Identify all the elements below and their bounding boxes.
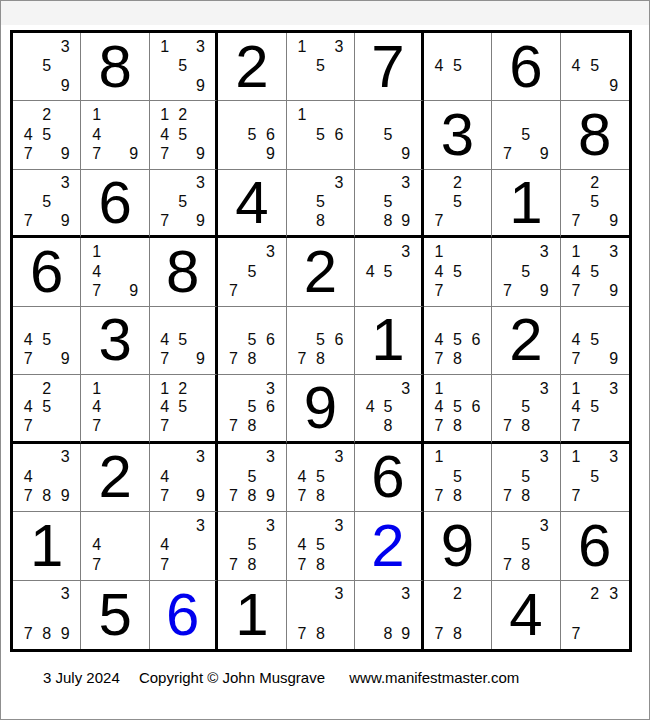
pencil-mark: 4 [430, 398, 448, 417]
cell-r9c2[interactable]: 5 [81, 581, 149, 649]
pencil-mark: 9 [535, 144, 553, 163]
footer-date: 3 July 2024 [43, 669, 120, 686]
pencil-mark: 9 [261, 487, 279, 506]
given-digit: 1 [30, 516, 63, 576]
pencil-mark: 9 [397, 624, 415, 644]
pencil-mark: 8 [448, 417, 466, 436]
cell-r7c3[interactable]: 3479 [150, 444, 218, 512]
pencil-mark: 7 [19, 417, 37, 436]
pencil-mark: 5 [174, 125, 192, 144]
pencil-mark: 9 [124, 281, 142, 300]
cell-r4c3[interactable]: 8 [150, 238, 218, 306]
cell-r4c4[interactable]: 357 [218, 238, 286, 306]
pencil-mark: 4 [567, 56, 586, 75]
pencil-mark: 7 [293, 350, 311, 369]
pencil-mark: 5 [243, 125, 261, 144]
cell-r7c6[interactable]: 6 [355, 444, 423, 512]
pencil-mark: 9 [261, 144, 279, 163]
pencil-mark: 4 [567, 398, 586, 417]
pencil-grid: 59 [355, 101, 420, 168]
cell-r1c3[interactable]: 1359 [150, 33, 218, 101]
pencil-mark: 5 [37, 56, 55, 75]
given-digit: 6 [509, 37, 542, 97]
pencil-mark: 3 [192, 37, 210, 56]
cell-r3c7[interactable]: 257 [424, 170, 492, 238]
cell-r1c4[interactable]: 2 [218, 33, 286, 101]
pencil-mark: 1 [567, 379, 586, 398]
cell-r1c9[interactable]: 459 [561, 33, 629, 101]
pencil-mark: 5 [174, 193, 192, 212]
pencil-grid: 579 [492, 101, 559, 168]
pencil-mark: 8 [517, 417, 535, 436]
pencil-mark: 7 [430, 624, 448, 644]
pencil-mark: 6 [330, 330, 348, 349]
pencil-mark: 8 [311, 555, 329, 574]
pencil-mark: 3 [330, 37, 348, 56]
cell-r2c2[interactable]: 1479 [81, 101, 149, 169]
cell-r4c5[interactable]: 2 [287, 238, 355, 306]
cell-r1c1[interactable]: 359 [13, 33, 81, 101]
pencil-mark: 7 [19, 212, 37, 231]
cell-r5c9[interactable]: 4579 [561, 307, 629, 375]
cell-r6c3[interactable]: 12457 [150, 375, 218, 443]
pencil-mark: 1 [87, 105, 105, 124]
pencil-mark: 8 [243, 487, 261, 506]
pencil-mark: 3 [535, 242, 553, 261]
pencil-grid: 4579 [13, 307, 80, 374]
cell-r9c3[interactable]: 6 [150, 581, 218, 649]
pencil-mark: 1 [567, 448, 586, 467]
pencil-mark: 5 [379, 125, 397, 144]
pencil-mark: 2 [448, 174, 466, 193]
pencil-mark: 1 [430, 448, 448, 467]
pencil-mark: 5 [243, 536, 261, 555]
pencil-grid: 358 [287, 170, 354, 235]
pencil-mark: 5 [517, 262, 535, 281]
cell-r2c9[interactable]: 8 [561, 101, 629, 169]
pencil-mark: 7 [293, 555, 311, 574]
pencil-grid: 237 [561, 581, 629, 649]
cell-r8c7[interactable]: 9 [424, 512, 492, 580]
pencil-mark: 5 [448, 56, 466, 75]
given-digit: 6 [578, 516, 611, 576]
pencil-mark: 4 [430, 262, 448, 281]
pencil-mark: 7 [430, 487, 448, 506]
pencil-mark: 9 [56, 487, 74, 506]
cell-r9c8[interactable]: 4 [492, 581, 560, 649]
cell-r7c5[interactable]: 34578 [287, 444, 355, 512]
cell-r5c7[interactable]: 45678 [424, 307, 492, 375]
pencil-mark: 7 [498, 144, 516, 163]
cell-r8c1[interactable]: 1 [13, 512, 81, 580]
pencil-grid: 345 [355, 238, 420, 305]
pencil-mark: 7 [293, 624, 311, 644]
pencil-mark: 3 [192, 516, 210, 535]
pencil-mark: 4 [19, 467, 37, 486]
pencil-mark: 8 [243, 555, 261, 574]
cell-r3c9[interactable]: 2579 [561, 170, 629, 238]
cell-r6c2[interactable]: 147 [81, 375, 149, 443]
pencil-mark: 1 [567, 242, 586, 261]
pencil-mark: 8 [243, 417, 261, 436]
pencil-mark: 7 [156, 487, 174, 506]
cell-r7c1[interactable]: 34789 [13, 444, 81, 512]
pencil-grid: 2579 [561, 170, 629, 235]
cell-r5c1[interactable]: 4579 [13, 307, 81, 375]
pencil-mark: 5 [311, 536, 329, 555]
pencil-mark: 9 [192, 144, 210, 163]
given-digit: 1 [371, 310, 404, 370]
pencil-mark: 7 [567, 281, 586, 300]
pencil-mark: 7 [567, 624, 586, 644]
cell-r4c1[interactable]: 6 [13, 238, 81, 306]
cell-r2c6[interactable]: 59 [355, 101, 423, 169]
pencil-mark: 8 [311, 212, 329, 231]
cell-r3c6[interactable]: 3589 [355, 170, 423, 238]
pencil-grid: 134579 [561, 238, 629, 305]
pencil-grid: 1357 [561, 444, 629, 511]
pencil-grid: 3589 [355, 170, 420, 235]
pencil-mark: 5 [243, 467, 261, 486]
given-digit: 6 [98, 173, 131, 233]
given-digit: 8 [166, 242, 199, 302]
pencil-mark: 5 [517, 536, 535, 555]
pencil-mark: 5 [37, 125, 55, 144]
pencil-mark: 7 [430, 281, 448, 300]
pencil-mark: 8 [379, 624, 397, 644]
pencil-mark: 3 [192, 448, 210, 467]
cell-r1c8[interactable]: 6 [492, 33, 560, 101]
pencil-mark: 5 [448, 467, 466, 486]
cell-r3c1[interactable]: 3579 [13, 170, 81, 238]
cell-r7c2[interactable]: 2 [81, 444, 149, 512]
pencil-mark: 5 [585, 193, 604, 212]
pencil-mark: 7 [430, 417, 448, 436]
pencil-mark: 5 [243, 262, 261, 281]
pencil-mark: 7 [224, 350, 242, 369]
given-digit: 9 [304, 378, 337, 438]
cell-r2c1[interactable]: 24579 [13, 101, 81, 169]
pencil-grid: 35789 [218, 444, 285, 511]
pencil-grid: 2457 [13, 375, 80, 440]
pencil-mark: 1 [430, 379, 448, 398]
pencil-mark: 3 [56, 37, 74, 56]
cell-r5c8[interactable]: 2 [492, 307, 560, 375]
pencil-grid: 357 [218, 238, 285, 305]
cell-r5c2[interactable]: 3 [81, 307, 149, 375]
cell-r7c8[interactable]: 3578 [492, 444, 560, 512]
pencil-mark: 9 [604, 281, 623, 300]
pencil-grid: 5678 [218, 307, 285, 374]
pencil-mark: 7 [567, 487, 586, 506]
pencil-grid: 5678 [287, 307, 354, 374]
pencil-mark: 5 [517, 125, 535, 144]
given-digit: 8 [98, 37, 131, 97]
cell-r7c7[interactable]: 1578 [424, 444, 492, 512]
cell-r6c6[interactable]: 3458 [355, 375, 423, 443]
pencil-mark: 3 [192, 174, 210, 193]
cell-r5c3[interactable]: 4579 [150, 307, 218, 375]
pencil-mark: 5 [311, 56, 329, 75]
cell-r8c6[interactable]: 2 [355, 512, 423, 580]
pencil-mark: 8 [243, 350, 261, 369]
cell-r6c4[interactable]: 35678 [218, 375, 286, 443]
pencil-mark: 3 [397, 585, 415, 605]
cell-r6c7[interactable]: 145678 [424, 375, 492, 443]
given-digit: 2 [304, 242, 337, 302]
cell-r9c7[interactable]: 278 [424, 581, 492, 649]
pencil-mark: 6 [261, 398, 279, 417]
pencil-grid: 45 [424, 33, 491, 100]
pencil-mark: 7 [498, 487, 516, 506]
cell-r6c5[interactable]: 9 [287, 375, 355, 443]
pencil-mark: 8 [379, 417, 397, 436]
pencil-mark: 7 [19, 144, 37, 163]
cell-r4c7[interactable]: 1457 [424, 238, 492, 306]
pencil-mark: 4 [361, 398, 379, 417]
pencil-mark: 7 [498, 281, 516, 300]
pencil-mark: 9 [56, 624, 74, 644]
pencil-grid: 3579 [150, 170, 215, 235]
cell-r8c2[interactable]: 47 [81, 512, 149, 580]
pencil-mark: 4 [156, 125, 174, 144]
pencil-mark: 3 [330, 585, 348, 605]
pencil-mark: 9 [56, 144, 74, 163]
pencil-mark: 5 [517, 398, 535, 417]
sudoku-board: 3598135921357456459245791479124579569156… [10, 30, 632, 652]
pencil-mark: 5 [517, 467, 535, 486]
cell-r2c4[interactable]: 569 [218, 101, 286, 169]
cell-r4c9[interactable]: 134579 [561, 238, 629, 306]
pencil-mark: 9 [124, 144, 142, 163]
given-digit: 4 [235, 173, 268, 233]
pencil-grid: 4579 [150, 307, 215, 374]
pencil-mark: 7 [224, 487, 242, 506]
pencil-mark: 5 [174, 56, 192, 75]
pencil-mark: 5 [379, 262, 397, 281]
pencil-mark: 7 [87, 144, 105, 163]
pencil-mark: 3 [56, 448, 74, 467]
pencil-mark: 3 [261, 516, 279, 535]
pencil-mark: 9 [192, 76, 210, 95]
pencil-mark: 7 [156, 212, 174, 231]
pencil-mark: 6 [330, 125, 348, 144]
pencil-grid: 278 [424, 581, 491, 649]
cell-r5c4[interactable]: 5678 [218, 307, 286, 375]
cell-r1c7[interactable]: 45 [424, 33, 492, 101]
pencil-mark: 8 [448, 487, 466, 506]
pencil-mark: 4 [430, 330, 448, 349]
pencil-mark: 4 [156, 536, 174, 555]
pencil-mark: 6 [467, 398, 485, 417]
pencil-mark: 2 [37, 379, 55, 398]
pencil-mark: 5 [585, 467, 604, 486]
cell-r3c2[interactable]: 6 [81, 170, 149, 238]
pencil-mark: 1 [430, 242, 448, 261]
cell-r5c5[interactable]: 5678 [287, 307, 355, 375]
pencil-mark: 3 [56, 585, 74, 605]
pencil-mark: 9 [192, 212, 210, 231]
pencil-mark: 7 [19, 350, 37, 369]
pencil-mark: 7 [156, 417, 174, 436]
cell-r8c8[interactable]: 3578 [492, 512, 560, 580]
pencil-mark: 4 [430, 56, 448, 75]
pencil-mark: 3 [261, 379, 279, 398]
entered-digit: 6 [166, 585, 199, 645]
pencil-grid: 3789 [13, 581, 80, 649]
given-digit: 9 [441, 516, 474, 576]
pencil-mark: 5 [585, 262, 604, 281]
cell-r1c6[interactable]: 7 [355, 33, 423, 101]
cell-r9c9[interactable]: 237 [561, 581, 629, 649]
pencil-grid: 24579 [13, 101, 80, 168]
given-digit: 2 [98, 447, 131, 507]
pencil-mark: 4 [156, 330, 174, 349]
cell-r2c8[interactable]: 579 [492, 101, 560, 169]
cell-r9c1[interactable]: 3789 [13, 581, 81, 649]
pencil-mark: 5 [37, 193, 55, 212]
pencil-mark: 7 [567, 212, 586, 231]
pencil-mark: 6 [261, 330, 279, 349]
pencil-mark: 5 [585, 330, 604, 349]
cell-r2c3[interactable]: 124579 [150, 101, 218, 169]
pencil-mark: 2 [174, 379, 192, 398]
pencil-grid: 45678 [424, 307, 491, 374]
pencil-mark: 4 [87, 398, 105, 417]
pencil-mark: 5 [448, 330, 466, 349]
pencil-mark: 3 [330, 516, 348, 535]
cell-r5c6[interactable]: 1 [355, 307, 423, 375]
cell-r4c6[interactable]: 345 [355, 238, 423, 306]
pencil-mark: 1 [87, 242, 105, 261]
pencil-mark: 9 [397, 212, 415, 231]
pencil-grid: 378 [287, 581, 354, 649]
pencil-mark: 3 [56, 174, 74, 193]
pencil-grid: 135 [287, 33, 354, 100]
pencil-mark: 4 [19, 125, 37, 144]
cell-r2c7[interactable]: 3 [424, 101, 492, 169]
pencil-mark: 7 [87, 555, 105, 574]
pencil-mark: 4 [567, 330, 586, 349]
pencil-grid: 257 [424, 170, 491, 235]
pencil-mark: 4 [293, 467, 311, 486]
pencil-mark: 9 [604, 212, 623, 231]
pencil-mark: 2 [448, 585, 466, 605]
pencil-grid: 569 [218, 101, 285, 168]
pencil-grid: 1457 [424, 238, 491, 305]
pencil-mark: 8 [448, 624, 466, 644]
given-digit: 6 [371, 447, 404, 507]
pencil-mark: 2 [174, 105, 192, 124]
pencil-mark: 7 [156, 144, 174, 163]
pencil-mark: 8 [311, 624, 329, 644]
pencil-mark: 1 [156, 37, 174, 56]
pencil-mark: 9 [535, 281, 553, 300]
pencil-mark: 7 [87, 281, 105, 300]
cell-r8c9[interactable]: 6 [561, 512, 629, 580]
pencil-mark: 4 [567, 262, 586, 281]
cell-r9c6[interactable]: 389 [355, 581, 423, 649]
pencil-mark: 4 [156, 467, 174, 486]
pencil-grid: 359 [13, 33, 80, 100]
cell-r6c8[interactable]: 3578 [492, 375, 560, 443]
cell-r3c5[interactable]: 358 [287, 170, 355, 238]
cell-r8c3[interactable]: 347 [150, 512, 218, 580]
cell-r1c2[interactable]: 8 [81, 33, 149, 101]
given-digit: 3 [98, 310, 131, 370]
footer-copyright: Copyright © John Musgrave [139, 669, 325, 686]
given-digit: 1 [509, 173, 542, 233]
pencil-mark: 1 [156, 379, 174, 398]
pencil-mark: 7 [156, 350, 174, 369]
pencil-mark: 5 [174, 330, 192, 349]
pencil-grid: 3578 [492, 375, 559, 440]
pencil-mark: 3 [397, 379, 415, 398]
top-strip [1, 1, 649, 25]
pencil-grid: 47 [81, 512, 148, 579]
cell-r1c5[interactable]: 135 [287, 33, 355, 101]
pencil-grid: 145678 [424, 375, 491, 440]
pencil-grid: 1479 [81, 101, 148, 168]
pencil-grid: 3458 [355, 375, 420, 440]
pencil-mark: 4 [293, 536, 311, 555]
cell-r9c4[interactable]: 1 [218, 581, 286, 649]
pencil-mark: 7 [19, 487, 37, 506]
pencil-mark: 7 [567, 350, 586, 369]
pencil-grid: 3578 [492, 512, 559, 579]
cell-r7c9[interactable]: 1357 [561, 444, 629, 512]
pencil-mark: 3 [261, 242, 279, 261]
cell-r3c4[interactable]: 4 [218, 170, 286, 238]
pencil-mark: 5 [174, 398, 192, 417]
pencil-mark: 4 [87, 125, 105, 144]
pencil-mark: 3 [535, 448, 553, 467]
pencil-mark: 8 [517, 487, 535, 506]
cell-r8c4[interactable]: 3578 [218, 512, 286, 580]
pencil-mark: 8 [311, 350, 329, 369]
pencil-mark: 9 [397, 144, 415, 163]
cell-r4c2[interactable]: 1479 [81, 238, 149, 306]
pencil-mark: 8 [37, 487, 55, 506]
pencil-mark: 7 [19, 624, 37, 644]
pencil-mark: 5 [585, 56, 604, 75]
cell-r6c1[interactable]: 2457 [13, 375, 81, 443]
given-digit: 6 [30, 242, 63, 302]
pencil-mark: 8 [517, 555, 535, 574]
cell-r2c5[interactable]: 156 [287, 101, 355, 169]
pencil-mark: 6 [261, 125, 279, 144]
pencil-mark: 7 [87, 417, 105, 436]
pencil-grid: 3579 [13, 170, 80, 235]
given-digit: 3 [441, 105, 474, 165]
cell-r4c8[interactable]: 3579 [492, 238, 560, 306]
pencil-mark: 7 [567, 417, 586, 436]
cell-r6c9[interactable]: 13457 [561, 375, 629, 443]
pencil-mark: 5 [243, 398, 261, 417]
pencil-mark: 5 [448, 398, 466, 417]
pencil-mark: 1 [293, 37, 311, 56]
cell-r8c5[interactable]: 34578 [287, 512, 355, 580]
pencil-grid: 3479 [150, 444, 215, 511]
pencil-mark: 4 [19, 398, 37, 417]
cell-r9c5[interactable]: 378 [287, 581, 355, 649]
pencil-grid: 147 [81, 375, 148, 440]
cell-r7c4[interactable]: 35789 [218, 444, 286, 512]
cell-r3c8[interactable]: 1 [492, 170, 560, 238]
cell-r3c3[interactable]: 3579 [150, 170, 218, 238]
footer: 3 July 2024 Copyright © John Musgrave ww… [43, 669, 519, 686]
pencil-mark: 9 [604, 350, 623, 369]
